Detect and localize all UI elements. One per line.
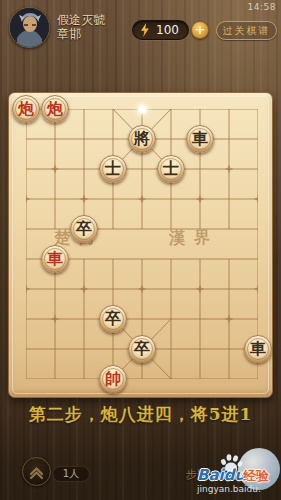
piece-glyph: 將 [134, 131, 150, 147]
piece-black-士[interactable]: 士 [99, 155, 127, 183]
piece-black-士[interactable]: 士 [157, 155, 185, 183]
piece-glyph: 卒 [105, 311, 121, 327]
piece-black-卒[interactable]: 卒 [70, 215, 98, 243]
expand-panel-button[interactable] [22, 457, 51, 486]
piece-glyph: 車 [47, 251, 63, 267]
piece-glyph: 炮 [47, 101, 63, 117]
piece-glyph: 炮 [18, 101, 34, 117]
last-move-indicator [139, 106, 146, 113]
energy-value: 100 [156, 23, 179, 37]
steps-label: 步数 [186, 467, 208, 482]
avatar[interactable] [9, 7, 50, 48]
move-caption: 第二步，炮八进四，将5进1 [0, 403, 281, 426]
piece-glyph: 帥 [105, 371, 121, 387]
warrior-portrait [10, 8, 49, 47]
piece-glyph: 卒 [134, 341, 150, 357]
energy-counter: 100 [132, 20, 189, 40]
add-energy-button[interactable]: + [191, 21, 209, 39]
game-screen: 14:58 假途灭虢 章邯 100 + 过关棋谱 楚河 漢界 炮炮將車士士卒車卒… [0, 0, 281, 500]
watermark-suffix: 经验 [243, 467, 269, 485]
xiangqi-board[interactable]: 楚河 漢界 炮炮將車士士卒車卒卒車帥 [8, 92, 273, 398]
chevron-up-icon [23, 458, 50, 485]
piece-black-卒[interactable]: 卒 [99, 305, 127, 333]
piece-red-炮[interactable]: 炮 [12, 95, 40, 123]
piece-glyph: 士 [105, 161, 121, 177]
piece-black-將[interactable]: 將 [128, 125, 156, 153]
watermark-url: jingyan.baidu. [197, 484, 261, 494]
stage-records-button[interactable]: 过关棋谱 [216, 21, 277, 40]
players-count-badge[interactable]: 1人 [52, 466, 90, 482]
piece-glyph: 卒 [76, 221, 92, 237]
clock-time: 14:58 [248, 2, 276, 12]
piece-glyph: 車 [192, 131, 208, 147]
piece-red-帥[interactable]: 帥 [99, 365, 127, 393]
piece-black-車[interactable]: 車 [244, 335, 272, 363]
piece-black-卒[interactable]: 卒 [128, 335, 156, 363]
paw-icon [219, 452, 243, 476]
player-info: 假途灭虢 章邯 [57, 13, 105, 41]
piece-red-炮[interactable]: 炮 [41, 95, 69, 123]
piece-glyph: 士 [163, 161, 179, 177]
piece-black-車[interactable]: 車 [186, 125, 214, 153]
lightning-icon [140, 23, 150, 37]
level-name: 假途灭虢 [57, 13, 105, 27]
piece-red-車[interactable]: 車 [41, 245, 69, 273]
piece-glyph: 車 [250, 341, 266, 357]
opponent-name: 章邯 [57, 27, 105, 41]
globe-icon [238, 448, 280, 490]
